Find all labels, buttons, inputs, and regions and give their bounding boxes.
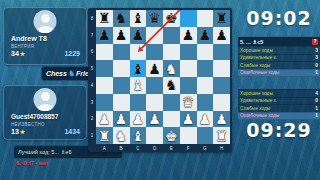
player-name-bottom: Guest47008857 bbox=[11, 113, 83, 120]
logo-text-1: Chess bbox=[46, 70, 67, 77]
square-g4[interactable] bbox=[197, 77, 214, 94]
square-g8[interactable] bbox=[197, 10, 214, 27]
analysis-row: Хорошие ходы4 bbox=[238, 89, 320, 97]
square-a8[interactable]: ♜ bbox=[96, 10, 113, 27]
square-h6[interactable] bbox=[213, 44, 230, 61]
square-a5[interactable] bbox=[96, 60, 113, 77]
chess-board: 87654321 ♜♞♝♛♚♜♟♟♟♟♟♟♝♟♞♝♞♛♟♟♟♟♟♟♟♜♞♝♚♜ … bbox=[88, 8, 232, 152]
piece-white-pawn[interactable]: ♟ bbox=[115, 112, 128, 126]
square-d7[interactable] bbox=[146, 27, 163, 44]
analysis-row-value: 4 bbox=[315, 91, 318, 96]
piece-white-queen[interactable]: ♛ bbox=[182, 95, 195, 109]
square-e8[interactable]: ♚ bbox=[163, 10, 180, 27]
square-d4[interactable] bbox=[146, 77, 163, 94]
square-c3[interactable] bbox=[130, 94, 147, 111]
clock-bottom: 09:29 bbox=[240, 119, 318, 141]
square-e2[interactable] bbox=[163, 111, 180, 128]
piece-white-pawn[interactable]: ♟ bbox=[132, 112, 145, 126]
player-name-top: Andrew T8 bbox=[11, 35, 83, 42]
analysis-row-label: Удивительные х. bbox=[240, 55, 277, 60]
square-d2[interactable]: ♟ bbox=[146, 111, 163, 128]
analysis-row-value: 1 bbox=[315, 113, 318, 118]
piece-black-bishop[interactable]: ♝ bbox=[132, 11, 145, 25]
square-b7[interactable]: ♟ bbox=[113, 27, 130, 44]
analysis-row: Ошибочные ходы1 bbox=[238, 69, 320, 77]
analysis-row: Слабые ходы0 bbox=[238, 61, 320, 69]
threat-warning: 6. Ф:f7 - мат bbox=[16, 160, 48, 166]
piece-black-pawn[interactable]: ♟ bbox=[132, 28, 145, 42]
square-a3[interactable] bbox=[96, 94, 113, 111]
piece-black-knight[interactable]: ♞ bbox=[115, 11, 128, 25]
square-b1[interactable]: ♞ bbox=[113, 127, 130, 144]
square-a7[interactable]: ♟ bbox=[96, 27, 113, 44]
square-e5[interactable]: ♞ bbox=[163, 60, 180, 77]
square-e6[interactable] bbox=[163, 44, 180, 61]
square-g3[interactable] bbox=[197, 94, 214, 111]
square-b8[interactable]: ♞ bbox=[113, 10, 130, 27]
piece-white-bishop[interactable]: ♝ bbox=[132, 78, 145, 92]
analysis-row: Удивительные х.0 bbox=[238, 97, 320, 105]
square-b5[interactable] bbox=[113, 60, 130, 77]
piece-white-bishop[interactable]: ♝ bbox=[132, 129, 145, 143]
file-labels: ABCDEFGH bbox=[96, 144, 230, 152]
analysis-row: Слабые ходы1 bbox=[238, 104, 320, 112]
square-a4[interactable] bbox=[96, 77, 113, 94]
square-c6[interactable] bbox=[130, 44, 147, 61]
star-icon: ★ bbox=[20, 129, 25, 135]
square-b3[interactable] bbox=[113, 94, 130, 111]
square-e7[interactable] bbox=[163, 27, 180, 44]
piece-white-pawn[interactable]: ♟ bbox=[215, 112, 228, 126]
square-h2[interactable]: ♟ bbox=[213, 111, 230, 128]
player-rating-top: 1229 bbox=[64, 50, 80, 57]
board-squares: ♜♞♝♛♚♜♟♟♟♟♟♟♝♟♞♝♞♛♟♟♟♟♟♟♟♜♞♝♚♜ bbox=[96, 10, 230, 144]
square-a1[interactable]: ♜ bbox=[96, 127, 113, 144]
square-b2[interactable]: ♟ bbox=[113, 111, 130, 128]
piece-black-pawn[interactable]: ♟ bbox=[98, 28, 111, 42]
square-g6[interactable] bbox=[197, 44, 214, 61]
square-f8[interactable] bbox=[180, 10, 197, 27]
piece-black-pawn[interactable]: ♟ bbox=[182, 28, 195, 42]
square-f2[interactable]: ♟ bbox=[180, 111, 197, 128]
piece-white-king[interactable]: ♚ bbox=[165, 129, 178, 143]
avatar-torso bbox=[37, 104, 54, 111]
piece-black-pawn[interactable]: ♟ bbox=[215, 28, 228, 42]
square-g1[interactable] bbox=[197, 127, 214, 144]
square-h1[interactable]: ♜ bbox=[213, 127, 230, 144]
square-g5[interactable] bbox=[197, 60, 214, 77]
square-d3[interactable] bbox=[146, 94, 163, 111]
analysis-panel-bottom: Хорошие ходы4Удивительные х.0Слабые ходы… bbox=[237, 88, 320, 120]
square-e4[interactable]: ♞ bbox=[163, 77, 180, 94]
analysis-row: Удивительные х.3 bbox=[238, 54, 320, 62]
piece-white-pawn[interactable]: ♟ bbox=[199, 112, 212, 126]
analysis-row-label: Удивительные х. bbox=[240, 98, 277, 103]
square-f4[interactable] bbox=[180, 77, 197, 94]
square-h5[interactable] bbox=[213, 60, 230, 77]
piece-white-pawn[interactable]: ♟ bbox=[98, 112, 111, 126]
analysis-row-label: Слабые ходы bbox=[240, 106, 270, 111]
square-c5[interactable]: ♝ bbox=[130, 60, 147, 77]
piece-black-knight[interactable]: ♞ bbox=[165, 78, 178, 92]
square-a6[interactable] bbox=[96, 44, 113, 61]
analysis-row-value: 1 bbox=[315, 70, 318, 75]
square-d1[interactable] bbox=[146, 127, 163, 144]
player-stars-top: 34★ bbox=[11, 50, 25, 57]
piece-white-rook[interactable]: ♜ bbox=[98, 129, 111, 143]
square-c1[interactable]: ♝ bbox=[130, 127, 147, 144]
avatar[interactable] bbox=[34, 10, 57, 33]
analysis-row: Ошибочные ходы1 bbox=[238, 112, 320, 120]
player-card-top: Andrew T8 ВЕНГРИЯ 34★ 1229 bbox=[3, 7, 87, 65]
square-h8[interactable]: ♜ bbox=[213, 10, 230, 27]
piece-black-rook[interactable]: ♜ bbox=[215, 11, 228, 25]
analysis-panel-top: 5. ... ♗c5 ? Хорошие ходы3Удивительные х… bbox=[237, 36, 320, 77]
square-g2[interactable]: ♟ bbox=[197, 111, 214, 128]
player-card-bottom: Guest47008857 НЕИЗВЕСТНО 13★ 1434 bbox=[3, 85, 87, 140]
square-f7[interactable]: ♟ bbox=[180, 27, 197, 44]
player-country-bottom: НЕИЗВЕСТНО bbox=[11, 122, 45, 127]
piece-black-pawn[interactable]: ♟ bbox=[148, 62, 161, 76]
square-c7[interactable]: ♟ bbox=[130, 27, 147, 44]
square-e1[interactable]: ♚ bbox=[163, 127, 180, 144]
piece-black-king[interactable]: ♚ bbox=[165, 11, 178, 25]
square-f6[interactable] bbox=[180, 44, 197, 61]
rank-labels: 87654321 bbox=[88, 10, 96, 144]
piece-black-rook[interactable]: ♜ bbox=[98, 11, 111, 25]
piece-black-pawn[interactable]: ♟ bbox=[199, 28, 212, 42]
square-d5[interactable]: ♟ bbox=[146, 60, 163, 77]
piece-black-bishop[interactable]: ♝ bbox=[132, 62, 145, 76]
analysis-row-value: 3 bbox=[315, 55, 318, 60]
piece-white-knight[interactable]: ♞ bbox=[165, 62, 178, 76]
square-e3[interactable] bbox=[163, 94, 180, 111]
square-h3[interactable] bbox=[213, 94, 230, 111]
square-c4[interactable]: ♝ bbox=[130, 77, 147, 94]
app-window: Andrew T8 ВЕНГРИЯ 34★ 1229 Chess ♞ Frien… bbox=[0, 0, 320, 180]
player-stars-bottom: 13★ bbox=[11, 128, 25, 135]
player-rating-bottom: 1434 bbox=[64, 128, 80, 135]
square-g7[interactable]: ♟ bbox=[197, 27, 214, 44]
knight-logo-icon: ♞ bbox=[68, 70, 75, 78]
player-country-top: ВЕНГРИЯ bbox=[11, 44, 34, 49]
square-b4[interactable] bbox=[113, 77, 130, 94]
square-h7[interactable]: ♟ bbox=[213, 27, 230, 44]
piece-white-pawn[interactable]: ♟ bbox=[148, 112, 161, 126]
avatar-torso bbox=[37, 26, 54, 33]
avatar-head bbox=[41, 14, 50, 23]
piece-white-pawn[interactable]: ♟ bbox=[182, 112, 195, 126]
mistake-badge-icon: ? bbox=[312, 39, 318, 45]
square-d8[interactable]: ♛ bbox=[146, 10, 163, 27]
analysis-row-label: Хорошие ходы bbox=[240, 48, 273, 53]
piece-black-pawn[interactable]: ♟ bbox=[115, 28, 128, 42]
analysis-row-value: 0 bbox=[315, 63, 318, 68]
square-f3[interactable]: ♛ bbox=[180, 94, 197, 111]
analysis-row-label: Слабые ходы bbox=[240, 63, 270, 68]
square-f5[interactable] bbox=[180, 60, 197, 77]
avatar[interactable] bbox=[34, 88, 57, 111]
square-f1[interactable] bbox=[180, 127, 197, 144]
square-b6[interactable] bbox=[113, 44, 130, 61]
analysis-row-label: Хорошие ходы bbox=[240, 91, 273, 96]
avatar-head bbox=[41, 92, 50, 101]
square-c8[interactable]: ♝ bbox=[130, 10, 147, 27]
square-h4[interactable] bbox=[213, 77, 230, 94]
analysis-header: 5. ... ♗c5 ? bbox=[238, 37, 320, 46]
analysis-row-value: 1 bbox=[315, 106, 318, 111]
piece-white-rook[interactable]: ♜ bbox=[215, 129, 228, 143]
analysis-row-label: Ошибочные ходы bbox=[240, 113, 279, 118]
analysis-row-value: 0 bbox=[315, 98, 318, 103]
piece-white-knight[interactable]: ♞ bbox=[115, 129, 128, 143]
square-c2[interactable]: ♟ bbox=[130, 111, 147, 128]
last-move-label: 5. ... ♗c5 bbox=[240, 39, 263, 45]
square-a2[interactable]: ♟ bbox=[96, 111, 113, 128]
analysis-row-label: Ошибочные ходы bbox=[240, 70, 279, 75]
analysis-row-value: 3 bbox=[315, 48, 318, 53]
analysis-row: Хорошие ходы3 bbox=[238, 46, 320, 54]
star-icon: ★ bbox=[20, 51, 25, 57]
square-d6[interactable] bbox=[146, 44, 163, 61]
clock-top: 09:02 bbox=[240, 7, 318, 29]
piece-black-queen[interactable]: ♛ bbox=[148, 11, 161, 25]
